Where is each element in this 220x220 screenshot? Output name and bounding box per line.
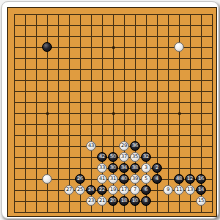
black-stone-move-22: 22: [97, 185, 108, 196]
white-stone-move-5: 5: [141, 174, 152, 185]
white-stone-move-39: 39: [130, 174, 141, 185]
white-stone-move-25: 25: [75, 185, 86, 196]
black-stone-move-38: 38: [130, 163, 141, 174]
black-stone-move-42: 42: [97, 152, 108, 163]
black-stone-move-12: 12: [185, 174, 196, 185]
black-stone-move-6: 6: [141, 185, 152, 196]
grid-line-h-11: [14, 124, 213, 125]
white-stone-move-9: 9: [163, 185, 174, 196]
grid-line-h-19: [14, 212, 213, 213]
white-stone-move-15: 15: [196, 196, 207, 207]
white-stone-move-11: 11: [174, 185, 185, 196]
white-stone-move-43: 43: [86, 141, 97, 152]
white-stone-move-21: 21: [97, 196, 108, 207]
black-stone-move-20: 20: [108, 196, 119, 207]
black-stone-move-2: 2: [152, 163, 163, 174]
star-point: [112, 112, 115, 115]
board-frame: 2345678910111213141516171819202122232425…: [1, 1, 219, 219]
star-point: [112, 46, 115, 49]
white-stone-move-19: 19: [108, 185, 119, 196]
black-stone-move-24: 24: [86, 185, 97, 196]
black-stone-move-26: 26: [75, 174, 86, 185]
white-stone-move-27: 27: [64, 185, 75, 196]
white-stone-move-7: 7: [130, 185, 141, 196]
white-stone-move-29: 29: [119, 141, 130, 152]
black-stone-setup: [42, 42, 53, 53]
black-stone-move-10: 10: [130, 196, 141, 207]
white-stone-setup: [174, 42, 185, 53]
black-stone-move-4: 4: [152, 174, 163, 185]
black-stone-move-14: 14: [196, 185, 207, 196]
white-stone-move-3: 3: [141, 163, 152, 174]
black-stone-move-50: 50: [108, 152, 119, 163]
white-stone-move-37: 37: [119, 152, 130, 163]
white-stone-move-23: 23: [86, 196, 97, 207]
black-stone-move-30: 30: [108, 163, 119, 174]
white-stone-move-41: 41: [97, 174, 108, 185]
star-point: [46, 112, 49, 115]
black-stone-move-40: 40: [119, 174, 130, 185]
star-point: [178, 112, 181, 115]
black-stone-move-16: 16: [196, 174, 207, 185]
white-stone-move-33: 33: [97, 163, 108, 174]
grid-line-h-12: [14, 135, 213, 136]
go-board[interactable]: 2345678910111213141516171819202122232425…: [7, 7, 217, 217]
black-stone-move-34: 34: [119, 163, 130, 174]
black-stone-move-18: 18: [119, 196, 130, 207]
white-stone-move-17: 17: [119, 185, 130, 196]
grid-line-v-19: [212, 14, 213, 213]
grid-line-v-15: [168, 14, 169, 213]
white-stone-setup: [42, 174, 53, 185]
black-stone-move-32: 32: [141, 152, 152, 163]
white-stone-move-31: 31: [108, 174, 119, 185]
black-stone-move-48: 48: [174, 174, 185, 185]
grid-line-h-13: [14, 146, 213, 147]
white-stone-move-35: 35: [130, 152, 141, 163]
black-stone-move-8: 8: [141, 196, 152, 207]
white-stone-move-13: 13: [185, 185, 196, 196]
black-stone-move-36: 36: [130, 141, 141, 152]
